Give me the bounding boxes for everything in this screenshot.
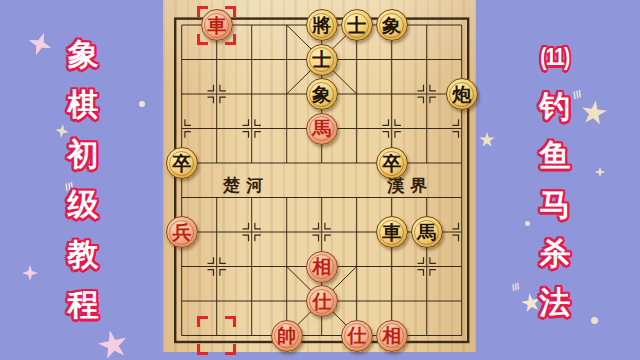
piece-black-soldier[interactable]: 卒 xyxy=(376,147,408,179)
title-char: 棋 xyxy=(68,80,99,130)
piece-red-general[interactable]: 帥 xyxy=(271,320,303,352)
title-char: 法 xyxy=(540,278,571,327)
star-decoration xyxy=(595,167,606,178)
title-char: 马 xyxy=(540,180,571,229)
piece-black-cannon[interactable]: 炮 xyxy=(446,78,478,110)
piece-black-general[interactable]: 將 xyxy=(306,9,338,41)
dot-decoration xyxy=(139,101,145,107)
title-char: 鱼 xyxy=(540,131,571,180)
piece-black-elephant[interactable]: 象 xyxy=(376,9,408,41)
star-decoration: /// xyxy=(510,281,520,293)
xiangqi-board[interactable]: 楚河 漢界 車將士象士象炮馬卒卒兵車馬相仕帥仕相 xyxy=(163,0,476,352)
piece-red-advisor[interactable]: 仕 xyxy=(306,285,338,317)
left-title: 象棋初级教程 xyxy=(61,30,105,330)
title-char: 程 xyxy=(68,280,99,330)
piece-black-soldier[interactable]: 卒 xyxy=(166,147,198,179)
title-char: 教 xyxy=(68,230,99,280)
piece-red-horse[interactable]: 馬 xyxy=(306,113,338,145)
star-decoration xyxy=(22,265,38,281)
piece-red-advisor[interactable]: 仕 xyxy=(341,320,373,352)
pieces-grid[interactable]: 車將士象士象炮馬卒卒兵車馬相仕帥仕相 xyxy=(164,8,479,353)
title-char: 初 xyxy=(68,130,99,180)
star-decoration xyxy=(579,98,608,127)
piece-red-chariot[interactable]: 車 xyxy=(201,9,233,41)
title-char: 级 xyxy=(68,180,99,230)
piece-black-advisor[interactable]: 士 xyxy=(306,44,338,76)
dot-decoration xyxy=(525,221,530,226)
title-char: 象 xyxy=(68,30,99,80)
piece-red-soldier[interactable]: 兵 xyxy=(166,216,198,248)
title-char: 钓 xyxy=(540,82,571,131)
piece-black-horse[interactable]: 馬 xyxy=(411,216,443,248)
video-frame: 象棋初级教程 (11)钓鱼马杀法 楚河 漢界 車將士象士象炮馬卒卒兵車馬相仕帥仕… xyxy=(0,0,640,360)
title-char: 杀 xyxy=(540,229,571,278)
star-decoration xyxy=(479,132,495,148)
piece-black-advisor[interactable]: 士 xyxy=(341,9,373,41)
star-decoration xyxy=(25,29,56,60)
dot-decoration xyxy=(591,317,598,324)
piece-red-elephant[interactable]: 相 xyxy=(376,320,408,352)
piece-red-elephant[interactable]: 相 xyxy=(306,251,338,283)
title-char: (11) xyxy=(540,33,569,82)
right-title: (11)钓鱼马杀法 xyxy=(533,33,577,327)
last-move-marker xyxy=(197,316,236,355)
star-decoration xyxy=(95,327,131,360)
piece-black-chariot[interactable]: 車 xyxy=(376,216,408,248)
piece-black-elephant[interactable]: 象 xyxy=(306,78,338,110)
